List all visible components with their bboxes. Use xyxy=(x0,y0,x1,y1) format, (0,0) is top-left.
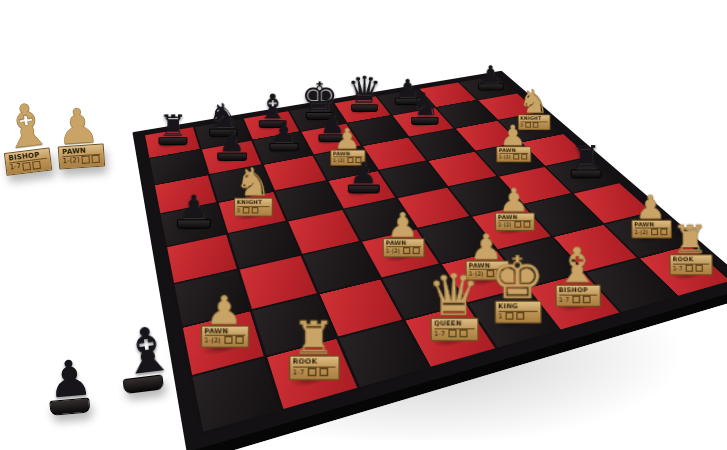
base-label-name: PAWN xyxy=(204,328,244,337)
piece-base xyxy=(159,137,188,145)
base-label-move: 1-(2) xyxy=(62,155,100,166)
base-label-move: 1 xyxy=(498,312,537,320)
base-label-name: PAWN xyxy=(386,240,421,248)
tan-rook-glyph: ♜ xyxy=(671,222,708,258)
base-label-move: 1-7 xyxy=(559,295,597,302)
tan-knight-glyph: ♞ xyxy=(518,87,549,117)
base-label-name: KNIGHT xyxy=(237,200,269,207)
square-b1[interactable]: ♜ROOK1-7 xyxy=(267,339,356,409)
black-pawn-glyph: ♟ xyxy=(179,192,210,222)
piece-tan-pawn-d3[interactable]: ♟PAWN1-(2) xyxy=(366,210,440,258)
piece-base: BISHOP1-7 xyxy=(555,285,601,307)
base-label-name: PAWN xyxy=(498,214,531,221)
piece-base: KING1 xyxy=(494,301,541,324)
square-d1[interactable]: ♛QUEEN1-7 xyxy=(405,304,495,366)
black-bishop-glyph: ♝ xyxy=(115,311,179,390)
captured-tan-pawn[interactable]: ♟PAWN1-(2) xyxy=(55,102,105,169)
tan-bishop-glyph: ♝ xyxy=(555,244,601,288)
base-label-move: 1-(2) xyxy=(498,154,527,160)
piece-black-pawn-a5[interactable]: ♟ xyxy=(159,192,230,228)
piece-base: QUEEN1-7 xyxy=(429,318,477,341)
base-label-move: 1-7 xyxy=(293,368,335,376)
black-pawn-glyph: ♟ xyxy=(219,129,246,155)
base-label-move: 1-(2) xyxy=(498,222,531,229)
black-pawn-glyph: ♟ xyxy=(479,63,502,85)
piece-tan-rook-b1[interactable]: ♜ROOK1-7 xyxy=(269,317,360,380)
piece-black-pawn-d5[interactable]: ♟ xyxy=(331,160,397,194)
piece-base: PAWN1-(2) xyxy=(382,238,424,258)
base-label-name: BISHOP xyxy=(559,287,597,295)
black-queen-glyph: ♛ xyxy=(347,73,382,107)
base-label-name: ROOK xyxy=(672,257,708,265)
base-label-move: 1-(2) xyxy=(386,248,421,255)
tan-king-glyph: ♚ xyxy=(490,251,545,305)
square-a2[interactable]: ♟PAWN1-(2) xyxy=(183,311,264,375)
black-pawn-glyph: ♟ xyxy=(349,160,378,188)
black-knight-glyph: ♞ xyxy=(410,90,441,120)
black-rook-glyph: ♜ xyxy=(570,143,601,173)
piece-black-knight-f7[interactable]: ♞ xyxy=(397,90,454,125)
tan-pawn-glyph: ♟ xyxy=(387,210,419,241)
captured-black-pawn[interactable]: ♟ xyxy=(46,354,96,416)
piece-tan-rook-h1[interactable]: ♜ROOK1-7 xyxy=(651,222,727,275)
piece-black-rook-a8[interactable]: ♜ xyxy=(143,112,203,145)
tan-pawn-glyph: ♟ xyxy=(499,123,526,149)
tan-pawn-glyph: ♟ xyxy=(499,185,530,215)
tan-rook-glyph: ♜ xyxy=(293,317,336,359)
piece-base xyxy=(269,143,298,151)
tan-pawn-glyph: ♟ xyxy=(206,292,244,329)
base-label-name: ROOK xyxy=(293,358,335,367)
scene: ♜♞♝♚♛♟♟♟♟♟♞♟PAWN1-(2)♞KNIGHT3♟♞KNIGHT3♟♟… xyxy=(0,0,727,450)
piece-base: KNIGHT3 xyxy=(234,198,273,217)
piece-tan-pawn-g5[interactable]: ♟PAWN1-(2) xyxy=(482,123,544,163)
piece-base: PAWN1-(2) xyxy=(200,325,249,349)
base-label-name: PAWN xyxy=(498,148,527,154)
black-pawn-glyph: ♟ xyxy=(45,348,95,410)
black-pawn-glyph: ♟ xyxy=(270,120,296,145)
piece-base: ROOK1-7 xyxy=(289,355,340,380)
piece-tan-pawn-a2[interactable]: ♟PAWN1-(2) xyxy=(181,292,268,348)
piece-base xyxy=(411,117,439,125)
tan-knight-glyph: ♞ xyxy=(235,165,272,201)
piece-base xyxy=(570,170,601,179)
captured-tan-bishop[interactable]: ♝BISHOP1-7 xyxy=(0,97,58,176)
piece-base xyxy=(348,184,380,193)
base-label-move: 3 xyxy=(237,207,269,213)
base-label-move: 1-(2) xyxy=(204,337,244,345)
piece-black-pawn-h8[interactable]: ♟ xyxy=(464,63,517,90)
piece-tan-queen-d1[interactable]: ♛QUEEN1-7 xyxy=(411,269,496,341)
base-label-name: QUEEN xyxy=(434,321,474,330)
piece-base xyxy=(177,219,211,229)
piece-base xyxy=(478,83,503,90)
tan-queen-glyph: ♛ xyxy=(426,269,480,322)
base-label-move: 1-7 xyxy=(672,265,708,272)
piece-base: PAWN1-(2) xyxy=(495,146,530,163)
piece-tan-pawn-f3[interactable]: ♟PAWN1-(2) xyxy=(479,185,550,231)
piece-base: ROOK1-7 xyxy=(668,254,712,275)
black-rook-glyph: ♜ xyxy=(159,112,188,140)
base-label-name: KING xyxy=(498,303,537,312)
base-label-move: 1-7 xyxy=(434,329,474,337)
piece-black-pawn-b7[interactable]: ♟ xyxy=(202,129,264,161)
tan-pawn-glyph: ♟ xyxy=(635,192,667,222)
tan-pawn-glyph: ♟ xyxy=(334,126,361,152)
piece-black-rook-h4[interactable]: ♜ xyxy=(554,143,618,179)
captured-black-bishop[interactable]: ♝ xyxy=(116,319,180,394)
